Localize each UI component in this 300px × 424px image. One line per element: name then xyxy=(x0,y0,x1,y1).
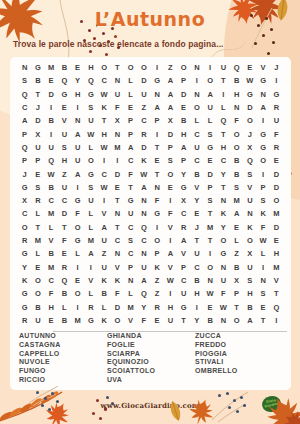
grid-cell: R xyxy=(18,234,31,247)
grid-cell: L xyxy=(98,300,111,313)
grid-cell: B xyxy=(230,167,243,180)
grid-cell: S xyxy=(243,167,256,180)
grid-cell: I xyxy=(45,101,58,114)
grid-cell: S xyxy=(243,274,256,287)
grid-cell: M xyxy=(270,261,283,274)
grid-cell: H xyxy=(190,287,203,300)
grid-cell: A xyxy=(124,141,137,154)
grid-cell: H xyxy=(45,300,58,313)
grid-cell: C xyxy=(18,101,31,114)
grid-cell: I xyxy=(190,300,203,313)
word-list-item: CASTAGNA xyxy=(19,341,61,350)
grid-cell: B xyxy=(230,74,243,87)
grid-cell: L xyxy=(58,300,71,313)
grid-cell: L xyxy=(31,247,44,260)
grid-cell: I xyxy=(190,74,203,87)
grid-cell: B xyxy=(98,287,111,300)
grid-cell: P xyxy=(151,114,164,127)
grid-cell: L xyxy=(84,221,97,234)
grid-cell: A xyxy=(164,74,177,87)
grid-cell: O xyxy=(137,61,150,74)
word-list-item: EQUINOZIO xyxy=(107,358,155,367)
grid-cell: G xyxy=(204,141,217,154)
grid-cell: N xyxy=(243,207,256,220)
grid-cell: C xyxy=(217,154,230,167)
grid-cell: F xyxy=(45,287,58,300)
grid-cell: K xyxy=(98,101,111,114)
grid-cell: D xyxy=(204,167,217,180)
grid-cell: V xyxy=(98,207,111,220)
grid-cell: T xyxy=(230,300,243,313)
grid-cell: N xyxy=(190,88,203,101)
branch-icon xyxy=(210,390,250,422)
grid-cell: D xyxy=(137,141,150,154)
grid-cell: A xyxy=(257,101,270,114)
grid-cell: N xyxy=(124,274,137,287)
grid-cell: T xyxy=(31,221,44,234)
grid-cell: G xyxy=(84,167,97,180)
grid-cell: B xyxy=(230,261,243,274)
grid-cell: T xyxy=(111,61,124,74)
puzzle-page: L’Autunno Trova le parole nascoste elenc… xyxy=(0,0,300,424)
grid-cell: W xyxy=(98,88,111,101)
grid-cell: M xyxy=(230,194,243,207)
grid-cell: S xyxy=(230,181,243,194)
grid-cell: Q xyxy=(18,88,31,101)
grid-cell: H xyxy=(58,154,71,167)
berry-dots-bottom-right xyxy=(218,394,221,397)
grid-cell: C xyxy=(190,154,203,167)
grid-cell: A xyxy=(137,181,150,194)
grid-cell: S xyxy=(31,181,44,194)
grid-cell: D xyxy=(270,221,283,234)
grid-cell: J xyxy=(18,167,31,180)
grid-cell: I xyxy=(164,194,177,207)
grid-cell: H xyxy=(177,128,190,141)
grid-cell: P xyxy=(230,287,243,300)
grid-cell: U xyxy=(84,114,97,127)
grid-cell: I xyxy=(204,247,217,260)
grid-cell: U xyxy=(98,261,111,274)
grid-cell: F xyxy=(71,207,84,220)
grid-cell: R xyxy=(177,221,190,234)
grid-cell: I xyxy=(270,314,283,327)
grid-cell: H xyxy=(84,61,97,74)
grid-cell: K xyxy=(217,207,230,220)
grid-cell: I xyxy=(217,88,230,101)
grid-cell: X xyxy=(230,274,243,287)
grid-cell: I xyxy=(257,261,270,274)
grid-cell: G xyxy=(124,194,137,207)
grid-cell: Q xyxy=(243,154,256,167)
grid-cell: D xyxy=(243,101,256,114)
grid-cell: T xyxy=(270,287,283,300)
page-title: L’Autunno xyxy=(0,8,300,30)
grid-cell: A xyxy=(151,101,164,114)
grid-cell: L xyxy=(31,207,44,220)
grid-cell: B xyxy=(58,287,71,300)
grid-cell: C xyxy=(45,274,58,287)
berry-dots-bottom-center xyxy=(106,396,109,399)
grid-cell: B xyxy=(58,61,71,74)
grid-cell: C xyxy=(177,207,190,220)
grid-cell: X xyxy=(18,194,31,207)
grid-cell: N xyxy=(257,88,270,101)
word-list-column-2: GHIANDAFOGLIESCIARPAEQUINOZIOSCOIATTOLOU… xyxy=(107,332,155,385)
word-list-item: CAPPELLO xyxy=(19,350,61,359)
grid-cell: N xyxy=(204,274,217,287)
grid-cell: G xyxy=(18,181,31,194)
grid-cell: E xyxy=(204,154,217,167)
grid-cell: N xyxy=(111,74,124,87)
grid-cell: A xyxy=(137,274,150,287)
grid-cell: P xyxy=(31,154,44,167)
grid-cell: B xyxy=(45,181,58,194)
grid-cell: K xyxy=(18,274,31,287)
grid-cell: G xyxy=(257,128,270,141)
word-list-item: SCIARPA xyxy=(107,350,155,359)
grid-cell: I xyxy=(71,101,84,114)
grid-cell: P xyxy=(18,154,31,167)
grid-cell: S xyxy=(58,141,71,154)
word-list-item: GHIANDA xyxy=(107,332,155,341)
grid-cell: T xyxy=(217,74,230,87)
grid-cell: P xyxy=(151,247,164,260)
grid-cell: Z xyxy=(58,167,71,180)
grid-cell: G xyxy=(257,141,270,154)
grid-cell: E xyxy=(124,101,137,114)
grid-cell: G xyxy=(151,74,164,87)
grid-cell: K xyxy=(111,274,124,287)
grid-cell: S xyxy=(124,234,137,247)
grid-cell: O xyxy=(31,274,44,287)
grid-cell: F xyxy=(58,234,71,247)
grid-cell: D xyxy=(31,114,44,127)
grid-cell: D xyxy=(177,88,190,101)
grid-cell: B xyxy=(190,274,203,287)
grid-cell: O xyxy=(151,234,164,247)
grid-cell: N xyxy=(111,247,124,260)
grid-cell: A xyxy=(204,88,217,101)
grid-cell: L xyxy=(124,88,137,101)
grid-cell: Q xyxy=(45,154,58,167)
grid-cell: N xyxy=(137,247,150,260)
grid-cell: M xyxy=(45,61,58,74)
grid-cell: U xyxy=(137,261,150,274)
grid-cell: E xyxy=(270,154,283,167)
grid-cell: K xyxy=(137,154,150,167)
grid-cell: U xyxy=(71,154,84,167)
grid-cell: U xyxy=(190,141,203,154)
grid-cell: I xyxy=(257,167,270,180)
grid-cell: U xyxy=(124,207,137,220)
grid-cell: T xyxy=(177,314,190,327)
grid-cell: L xyxy=(124,74,137,87)
grid-cell: F xyxy=(164,207,177,220)
grid-cell: V xyxy=(58,114,71,127)
grid-cell: E xyxy=(58,247,71,260)
grid-cell: C xyxy=(124,247,137,260)
grid-cell: V xyxy=(177,247,190,260)
grid-cell: P xyxy=(124,114,137,127)
grid-cell: D xyxy=(45,88,58,101)
grid-cell: F xyxy=(151,194,164,207)
grid-cell: O xyxy=(230,314,243,327)
grid-cell: I xyxy=(71,300,84,313)
grid-cell: C xyxy=(45,194,58,207)
grid-cell: E xyxy=(230,221,243,234)
grid-cell: U xyxy=(58,181,71,194)
grid-cell: C xyxy=(190,261,203,274)
grid-cell: N xyxy=(217,314,230,327)
grid-cell: W xyxy=(243,74,256,87)
word-list-item: STIVALI xyxy=(195,358,237,367)
grid-cell: O xyxy=(270,194,283,207)
grid-cell: G xyxy=(84,88,97,101)
grid-cell: C xyxy=(18,207,31,220)
grid-cell: D xyxy=(111,167,124,180)
grid-cell: W xyxy=(217,300,230,313)
grid-cell: Q xyxy=(137,221,150,234)
grid-cell: R xyxy=(137,128,150,141)
grid-cell: D xyxy=(137,74,150,87)
grid-cell: M xyxy=(45,261,58,274)
grid-cell: N xyxy=(151,88,164,101)
grid-cell: T xyxy=(190,234,203,247)
grid-cell: U xyxy=(204,101,217,114)
grid-cell: A xyxy=(177,141,190,154)
grid-cell: B xyxy=(45,114,58,127)
grid-cell: I xyxy=(45,128,58,141)
grid-cell: T xyxy=(151,141,164,154)
grid-cell: T xyxy=(151,167,164,180)
grid-cell: C xyxy=(124,154,137,167)
grid-cell: C xyxy=(137,234,150,247)
grid-cell: U xyxy=(31,314,44,327)
grid-cell: O xyxy=(164,167,177,180)
grid-cell: B xyxy=(243,300,256,313)
grid-cell: Z xyxy=(98,247,111,260)
grid-cell: A xyxy=(164,88,177,101)
grid-cell: V xyxy=(164,221,177,234)
grid-cell: U xyxy=(31,141,44,154)
grid-cell: K xyxy=(98,274,111,287)
grid-cell: Z xyxy=(137,101,150,114)
grid-cell: Y xyxy=(177,167,190,180)
grid-cell: H xyxy=(71,88,84,101)
grid-cell: M xyxy=(270,207,283,220)
grid-cell: V xyxy=(190,181,203,194)
grid-cell: V xyxy=(243,181,256,194)
grid-cell: A xyxy=(98,221,111,234)
grid-cell: D xyxy=(164,128,177,141)
grid-cell: F xyxy=(137,314,150,327)
grid-cell: H xyxy=(230,88,243,101)
grid-cell: B xyxy=(190,167,203,180)
grid-cell: B xyxy=(204,314,217,327)
grid-cell: M xyxy=(31,234,44,247)
word-list-item: FREDDO xyxy=(195,341,237,350)
grid-cell: X xyxy=(243,247,256,260)
grid-cell: M xyxy=(204,221,217,234)
grid-cell: O xyxy=(204,261,217,274)
grid-cell: G xyxy=(217,247,230,260)
grid-cell: O xyxy=(217,234,230,247)
grid-cell: L xyxy=(84,287,97,300)
grid-cell: U xyxy=(243,261,256,274)
grid-cell: T xyxy=(111,221,124,234)
grid-cell: U xyxy=(243,194,256,207)
grid-cell: L xyxy=(71,247,84,260)
grid-cell: Y xyxy=(137,300,150,313)
grid-cell: O xyxy=(177,61,190,74)
grid-cell: P xyxy=(257,181,270,194)
grid-cell: P xyxy=(124,128,137,141)
grid-cell: B xyxy=(177,114,190,127)
word-search-grid: NGMBEHOTOOIZONIUQEVJSBEQYQCNLDGAPIOTBWGI… xyxy=(18,61,283,327)
grid-cell: E xyxy=(31,261,44,274)
grid-cell: J xyxy=(243,128,256,141)
grid-cell: U xyxy=(137,88,150,101)
grid-cell: X xyxy=(243,141,256,154)
grid-cell: N xyxy=(190,61,203,74)
grid-cell: Y xyxy=(18,261,31,274)
grid-cell: I xyxy=(98,154,111,167)
grid-cell: A xyxy=(164,247,177,260)
grid-cell: G xyxy=(58,88,71,101)
grid-cell: G xyxy=(84,314,97,327)
grid-cell: N xyxy=(137,207,150,220)
grid-cell: Z xyxy=(164,61,177,74)
grid-cell: H xyxy=(243,287,256,300)
grid-cell: X xyxy=(111,114,124,127)
grid-cell: S xyxy=(257,287,270,300)
grid-cell: A xyxy=(84,247,97,260)
grid-cell: L xyxy=(217,101,230,114)
grid-cell: Q xyxy=(137,287,150,300)
grid-cell: O xyxy=(84,154,97,167)
grid-cell: E xyxy=(151,154,164,167)
grid-cell: C xyxy=(111,234,124,247)
grid-cell: L xyxy=(204,114,217,127)
grid-cell: Q xyxy=(217,114,230,127)
grid-cell: P xyxy=(18,128,31,141)
grid-cell: C xyxy=(190,128,203,141)
grid-cell: D xyxy=(270,167,283,180)
grid-cell: M xyxy=(71,314,84,327)
grid-cell: I xyxy=(71,181,84,194)
grid-cell: V xyxy=(257,61,270,74)
grid-cell: A xyxy=(230,207,243,220)
grid-cell: E xyxy=(45,74,58,87)
grid-cell: H xyxy=(270,247,283,260)
grid-cell: U xyxy=(84,194,97,207)
grid-cell: C xyxy=(98,74,111,87)
puzzle-card: NGMBEHOTOOIZONIUQEVJSBEQYQCNLDGAPIOTBWGI… xyxy=(10,57,291,390)
grid-cell: J xyxy=(31,101,44,114)
grid-cell: F xyxy=(111,101,124,114)
grid-cell: T xyxy=(98,114,111,127)
grid-cell: G xyxy=(71,234,84,247)
grid-cell: V xyxy=(270,274,283,287)
grid-cell: N xyxy=(230,101,243,114)
grid-cell: N xyxy=(257,274,270,287)
grid-cell: I xyxy=(84,261,97,274)
grid-cell: Q xyxy=(270,300,283,313)
grid-cell: I xyxy=(151,221,164,234)
grid-cell: B xyxy=(58,314,71,327)
grid-cell: B xyxy=(45,247,58,260)
grid-cell: O xyxy=(124,61,137,74)
grid-cell: G xyxy=(18,247,31,260)
grid-cell: L xyxy=(257,247,270,260)
grid-cell: F xyxy=(230,114,243,127)
grid-cell: U xyxy=(270,114,283,127)
grid-cell: O xyxy=(31,287,44,300)
grid-cell: G xyxy=(177,300,190,313)
word-list-item: NUVOLE xyxy=(19,358,61,367)
grid-cell: T xyxy=(111,194,124,207)
grid-cell: G xyxy=(18,300,31,313)
grid-cell: I xyxy=(164,234,177,247)
grid-cell: T xyxy=(204,207,217,220)
grid-cell: Z xyxy=(230,247,243,260)
grid-cell: E xyxy=(151,314,164,327)
grid-cell: A xyxy=(243,314,256,327)
grid-cell: R xyxy=(270,101,283,114)
grid-cell: E xyxy=(31,167,44,180)
grid-cell: O xyxy=(71,287,84,300)
grid-cell: F xyxy=(217,287,230,300)
grid-cell: N xyxy=(137,194,150,207)
grid-cell: B xyxy=(230,154,243,167)
grid-cell: V xyxy=(45,234,58,247)
grid-cell: S xyxy=(84,101,97,114)
grid-cell: C xyxy=(137,114,150,127)
word-list-item: UVA xyxy=(107,376,155,385)
grid-cell: C xyxy=(177,274,190,287)
grid-cell: N xyxy=(217,261,230,274)
grid-cell: G xyxy=(243,88,256,101)
grid-cell: P xyxy=(124,261,137,274)
grid-cell: X xyxy=(177,194,190,207)
grid-cell: V xyxy=(164,261,177,274)
grid-cell: J xyxy=(190,221,203,234)
grid-cell: R xyxy=(58,261,71,274)
grid-cell: K xyxy=(257,207,270,220)
grid-cell: U xyxy=(98,234,111,247)
grid-cell: S xyxy=(257,194,270,207)
grid-cell: S xyxy=(164,154,177,167)
grid-cell: U xyxy=(111,88,124,101)
word-list-column-1: AUTUNNOCASTAGNACAPPELLONUVOLEFUNGORICCIO xyxy=(19,332,61,385)
grid-cell: L xyxy=(124,287,137,300)
grid-cell: E xyxy=(177,101,190,114)
grid-cell: G xyxy=(270,88,283,101)
grid-cell: P xyxy=(177,74,190,87)
grid-cell: I xyxy=(71,261,84,274)
grid-cell: U xyxy=(217,61,230,74)
grid-cell: M xyxy=(124,300,137,313)
grid-cell: W xyxy=(98,181,111,194)
grid-cell: F xyxy=(270,128,283,141)
grid-cell: T xyxy=(124,181,137,194)
grid-cell: W xyxy=(137,167,150,180)
grid-cell: A xyxy=(71,128,84,141)
grid-cell: B xyxy=(31,74,44,87)
grid-cell: W xyxy=(164,274,177,287)
grid-cell: S xyxy=(204,194,217,207)
